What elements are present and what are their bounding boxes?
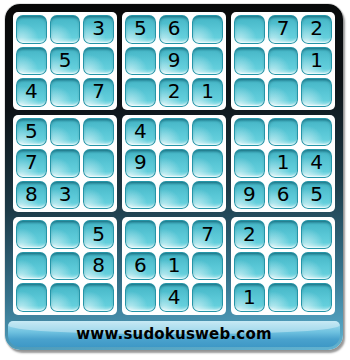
cell-r4c6[interactable] [192,118,223,147]
cell-r8c6[interactable] [192,252,223,281]
cell-r6c5[interactable] [159,181,190,210]
cell-r2c8[interactable] [268,47,299,76]
cell-r2c3[interactable] [83,47,114,76]
cell-r3c7[interactable] [234,78,265,107]
given-digit: 9 [168,50,181,70]
cell-r2c5[interactable]: 9 [159,47,190,76]
cell-r3c1[interactable]: 4 [16,78,47,107]
given-digit: 1 [243,287,256,307]
cell-r6c8[interactable]: 6 [268,181,299,210]
cell-r8c8[interactable] [268,252,299,281]
given-digit: 4 [134,121,147,141]
given-digit: 4 [168,287,181,307]
cell-r6c9[interactable]: 5 [301,181,332,210]
cell-r1c9[interactable]: 2 [301,15,332,44]
cell-r5c4[interactable]: 9 [125,149,156,178]
cell-r8c1[interactable] [16,252,47,281]
cell-r7c6[interactable]: 7 [192,220,223,249]
cell-r5c7[interactable] [234,149,265,178]
cell-r1c4[interactable]: 5 [125,15,156,44]
cell-r3c3[interactable]: 7 [83,78,114,107]
cell-r6c6[interactable] [192,181,223,210]
given-digit: 3 [59,184,72,204]
box-3-2: 7614 [122,217,226,315]
given-digit: 7 [201,224,214,244]
cell-r2c4[interactable] [125,47,156,76]
cell-r7c2[interactable] [50,220,81,249]
given-digit: 4 [310,152,323,172]
given-digit: 9 [243,184,256,204]
given-digit: 4 [25,81,38,101]
given-digit: 7 [25,152,38,172]
cell-r7c5[interactable] [159,220,190,249]
cell-r4c2[interactable] [50,118,81,147]
given-digit: 6 [277,184,290,204]
cell-r7c1[interactable] [16,220,47,249]
box-3-3: 21 [231,217,335,315]
cell-r3c4[interactable] [125,78,156,107]
cell-r9c1[interactable] [16,283,47,312]
box-2-3: 14965 [231,115,335,213]
cell-r2c1[interactable] [16,47,47,76]
cell-r8c7[interactable] [234,252,265,281]
box-3-1: 58 [13,217,117,315]
given-digit: 7 [277,18,290,38]
given-digit: 2 [243,224,256,244]
cell-r3c5[interactable]: 2 [159,78,190,107]
given-digit: 6 [168,18,181,38]
cell-r6c2[interactable]: 3 [50,181,81,210]
cell-r3c9[interactable] [301,78,332,107]
cell-r6c4[interactable] [125,181,156,210]
cell-r8c5[interactable]: 1 [159,252,190,281]
cell-r5c9[interactable]: 4 [301,149,332,178]
cell-r3c2[interactable] [50,78,81,107]
cell-r7c9[interactable] [301,220,332,249]
cell-r9c6[interactable] [192,283,223,312]
cell-r5c3[interactable] [83,149,114,178]
cell-r4c9[interactable] [301,118,332,147]
cell-r8c2[interactable] [50,252,81,281]
given-digit: 5 [59,50,72,70]
cell-r1c7[interactable] [234,15,265,44]
box-1-2: 56921 [122,12,226,110]
given-digit: 5 [310,184,323,204]
cell-r2c6[interactable] [192,47,223,76]
cell-r1c6[interactable] [192,15,223,44]
cell-r1c5[interactable]: 6 [159,15,190,44]
cell-r4c5[interactable] [159,118,190,147]
given-digit: 8 [92,255,105,275]
cell-r3c6[interactable]: 1 [192,78,223,107]
cell-r4c7[interactable] [234,118,265,147]
footer-bar: www.sudokusweb.com [8,321,340,347]
cell-r8c4[interactable]: 6 [125,252,156,281]
cell-r7c7[interactable]: 2 [234,220,265,249]
cell-r9c9[interactable] [301,283,332,312]
cell-r1c8[interactable]: 7 [268,15,299,44]
given-digit: 1 [168,255,181,275]
cell-r8c9[interactable] [301,252,332,281]
given-digit: 5 [134,18,147,38]
given-digit: 1 [201,81,214,101]
given-digit: 1 [310,50,323,70]
box-2-2: 49 [122,115,226,213]
cell-r5c1[interactable]: 7 [16,149,47,178]
given-digit: 5 [25,121,38,141]
given-digit: 9 [134,152,147,172]
cell-r2c7[interactable] [234,47,265,76]
given-digit: 2 [310,18,323,38]
cell-r4c1[interactable]: 5 [16,118,47,147]
cell-r9c2[interactable] [50,283,81,312]
cell-r9c8[interactable] [268,283,299,312]
box-1-3: 721 [231,12,335,110]
cell-r4c8[interactable] [268,118,299,147]
cell-r1c1[interactable] [16,15,47,44]
cell-r9c4[interactable] [125,283,156,312]
given-digit: 1 [277,152,290,172]
cell-r9c3[interactable] [83,283,114,312]
given-digit: 7 [92,81,105,101]
cell-r6c3[interactable] [83,181,114,210]
cell-r9c5[interactable]: 4 [159,283,190,312]
cell-r6c7[interactable]: 9 [234,181,265,210]
cell-r2c2[interactable]: 5 [50,47,81,76]
cell-r3c8[interactable] [268,78,299,107]
cell-r1c3[interactable]: 3 [83,15,114,44]
cell-r7c8[interactable] [268,220,299,249]
given-digit: 2 [168,81,181,101]
given-digit: 3 [92,18,105,38]
cell-r4c3[interactable] [83,118,114,147]
given-digit: 8 [25,184,38,204]
board-frame: 3547569217215783491496558761421 www.sudo… [5,4,343,350]
site-url: www.sudokusweb.com [76,325,271,343]
box-2-1: 5783 [13,115,117,213]
cell-r2c9[interactable]: 1 [301,47,332,76]
cell-r7c4[interactable] [125,220,156,249]
cell-r7c3[interactable]: 5 [83,220,114,249]
cell-r5c2[interactable] [50,149,81,178]
given-digit: 5 [92,224,105,244]
box-1-1: 3547 [13,12,117,110]
sudoku-page: 3547569217215783491496558761421 www.sudo… [0,0,350,360]
cell-r6c1[interactable]: 8 [16,181,47,210]
cell-r5c6[interactable] [192,149,223,178]
given-digit: 6 [134,255,147,275]
sudoku-board: 3547569217215783491496558761421 [13,12,335,315]
cell-r9c7[interactable]: 1 [234,283,265,312]
cell-r5c5[interactable] [159,149,190,178]
cell-r4c4[interactable]: 4 [125,118,156,147]
cell-r8c3[interactable]: 8 [83,252,114,281]
cell-r5c8[interactable]: 1 [268,149,299,178]
cell-r1c2[interactable] [50,15,81,44]
